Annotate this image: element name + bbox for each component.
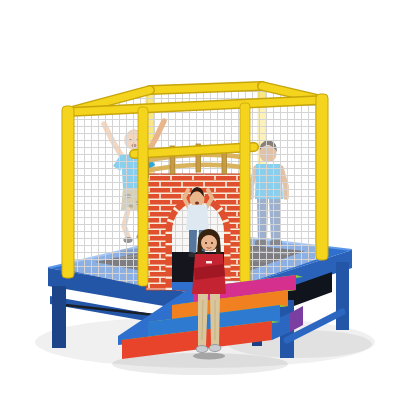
trampoline-product-photo <box>0 0 400 400</box>
girl-eye-right <box>211 242 213 244</box>
leg-front-left <box>52 286 66 348</box>
safety-net-front-right <box>248 101 318 283</box>
safety-net-front-left <box>72 109 142 286</box>
arch-kid-shoe-left <box>188 253 195 257</box>
leg-far-right <box>336 262 349 330</box>
girl-eye-left <box>205 242 207 244</box>
arch-kid-jeans-left <box>189 230 197 253</box>
entrance-pole-left <box>138 107 148 286</box>
girl-shoe-right <box>209 345 221 352</box>
girl-jacket-logo <box>206 261 212 264</box>
entrance-pole-right <box>240 103 250 283</box>
front-left-pole <box>62 106 74 278</box>
girl-shoe-left <box>196 346 208 353</box>
girl-shadow <box>193 353 225 360</box>
front-right-pole <box>316 94 328 260</box>
arch-kid-mouth <box>195 202 199 205</box>
arch-kid-shirt <box>186 205 209 230</box>
screenshot-root <box>0 0 400 400</box>
top-rail-back <box>150 86 262 90</box>
